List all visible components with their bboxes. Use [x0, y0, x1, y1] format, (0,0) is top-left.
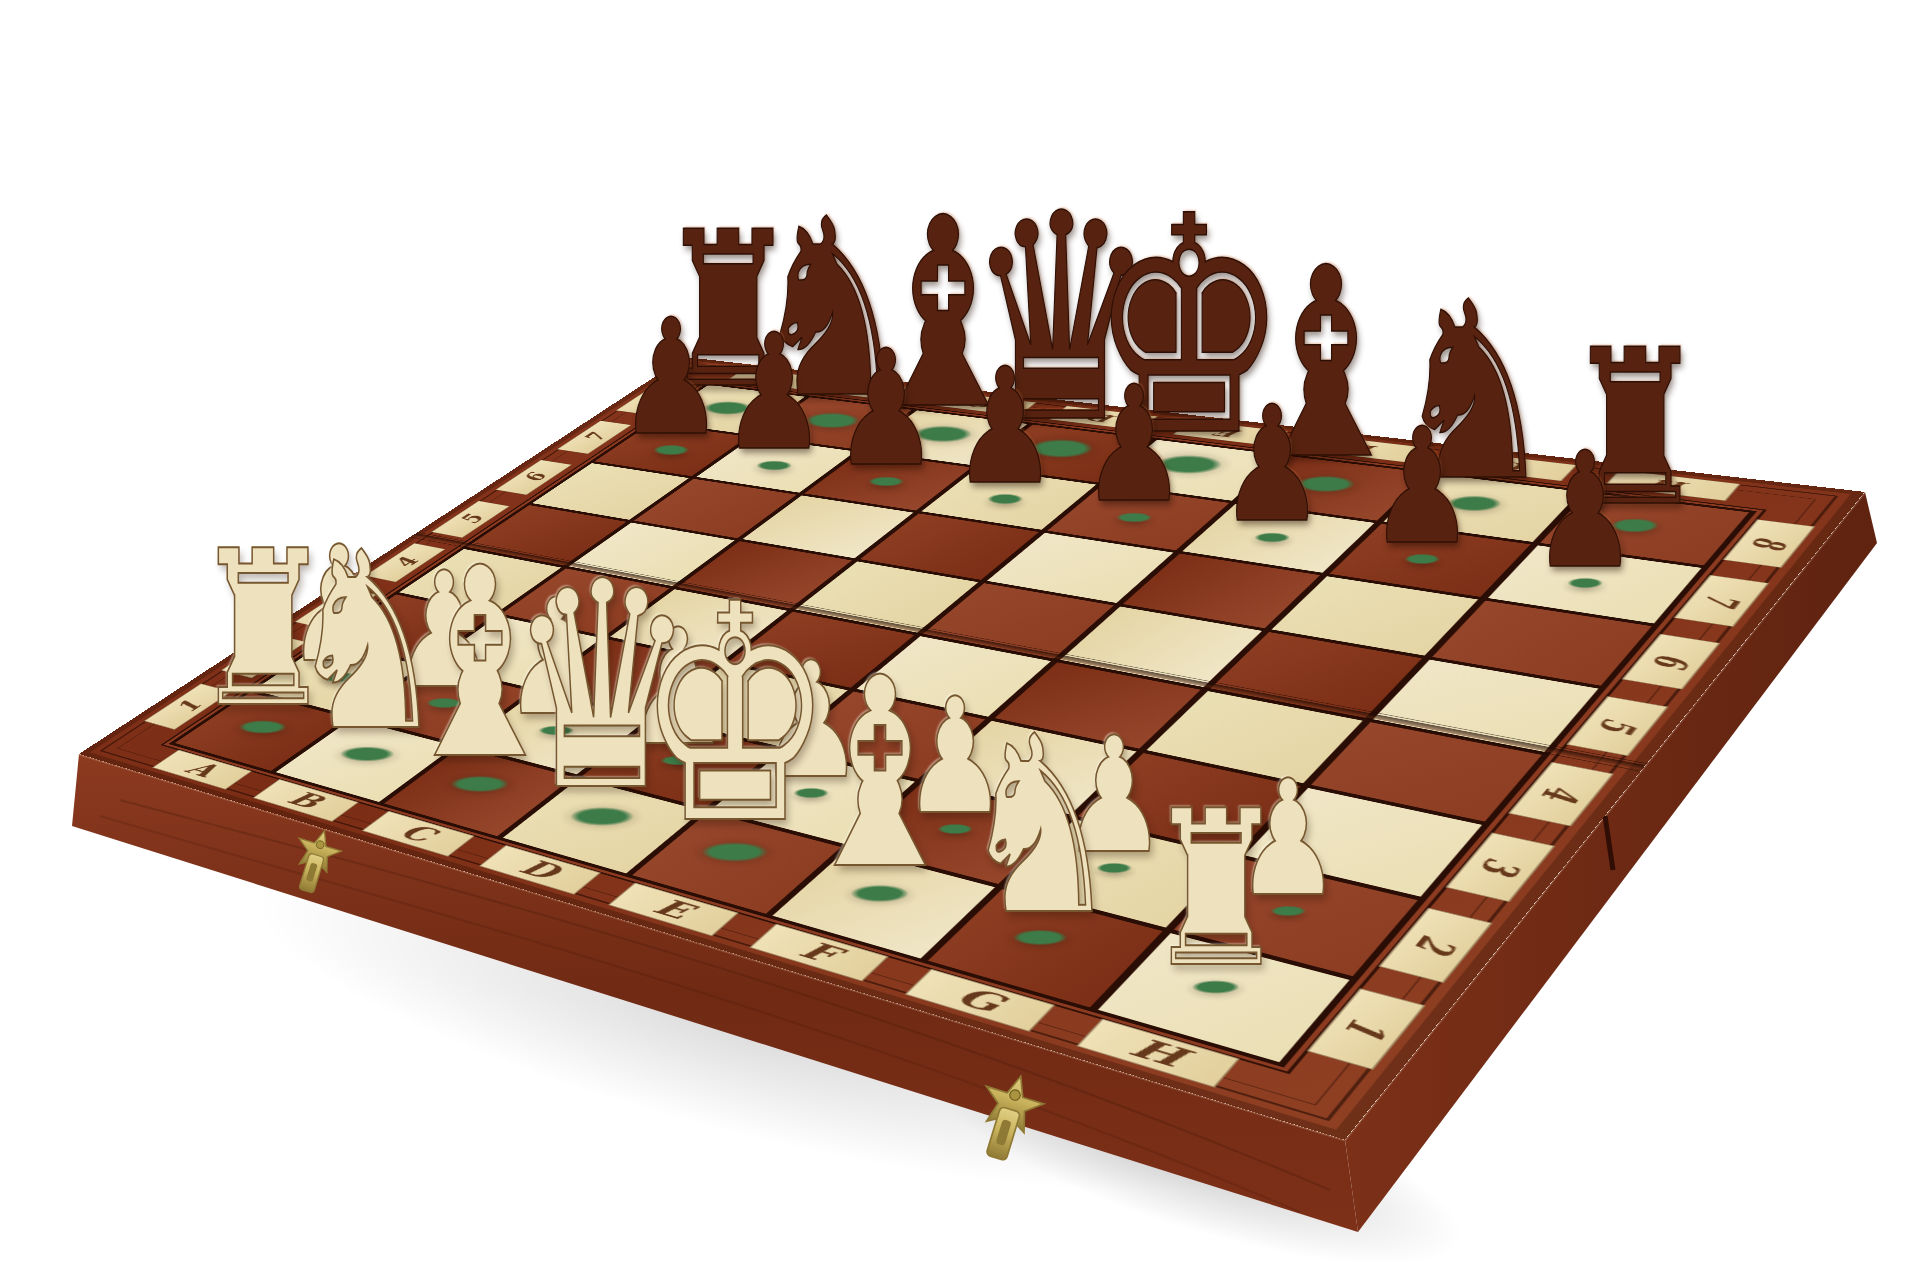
- file-label-near: D: [513, 856, 566, 883]
- rank-label-right: 4: [1533, 783, 1590, 804]
- file-label-far: A: [757, 374, 786, 384]
- rank-label-left: 2: [246, 649, 282, 663]
- file-label-far: D: [1086, 412, 1121, 424]
- product-photo-scene: AA11BB22CC33DD44EE55FF66GG77HH88 ♜♞♝♛♚♝♞…: [0, 0, 1920, 1280]
- rank-label-left: 6: [517, 472, 551, 483]
- rank-label-right: 1: [1336, 1014, 1398, 1042]
- file-label-far: H: [1649, 478, 1693, 493]
- file-label-near: E: [647, 895, 698, 923]
- rank-label-left: 1: [170, 699, 206, 714]
- rank-label-right: 5: [1590, 716, 1646, 736]
- file-label-near: B: [281, 788, 328, 811]
- rank-label-left: 4: [387, 556, 422, 568]
- file-label-far: B: [859, 386, 891, 397]
- file-label-near: G: [949, 983, 1010, 1016]
- rank-label-right: 8: [1743, 536, 1795, 551]
- rank-label-right: 2: [1406, 932, 1466, 958]
- rank-label-left: 7: [578, 432, 612, 442]
- rank-label-right: 7: [1695, 592, 1748, 609]
- file-label-far: E: [1213, 427, 1246, 439]
- rank-label-left: 5: [454, 513, 489, 525]
- file-label-far: F: [1349, 443, 1382, 456]
- rank-label-left: 3: [318, 602, 353, 615]
- file-label-far: C: [969, 398, 1001, 409]
- file-label-near: F: [793, 938, 845, 967]
- rank-label-right: 3: [1471, 855, 1530, 879]
- rank-label-right: 6: [1644, 652, 1698, 670]
- file-label-near: H: [1122, 1034, 1192, 1072]
- file-label-far: G: [1493, 459, 1532, 473]
- file-label-near: A: [180, 759, 223, 780]
- rank-label-left: 8: [636, 394, 669, 403]
- file-label-near: C: [393, 821, 441, 845]
